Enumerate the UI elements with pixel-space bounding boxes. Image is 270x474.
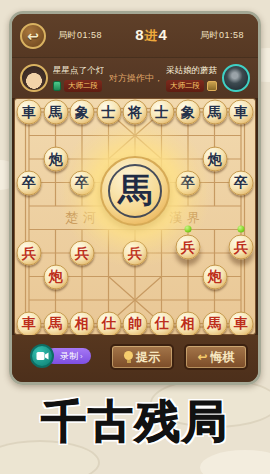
stage-label: 进 [144, 28, 159, 43]
chevron-right-icon: › [80, 352, 83, 361]
hint-label: 提示 [136, 349, 160, 366]
xiangqi-piece[interactable]: 兵 [70, 241, 95, 266]
undo-arrow-icon: ↩ [197, 351, 207, 363]
event-banner-title: 千古残局 [0, 392, 270, 452]
back-arrow-icon: ↩ [27, 28, 39, 44]
cloud-decoration [200, 450, 270, 474]
xiangqi-piece[interactable]: 士 [96, 100, 121, 125]
left-player-info: 星星点了个灯 大师二段 [53, 65, 104, 92]
xiangqi-piece[interactable]: 相 [176, 311, 201, 336]
xiangqi-piece[interactable]: 将 [123, 100, 148, 125]
stage-indicator: 8进4 [102, 26, 200, 45]
left-player-name: 星星点了个灯 [53, 65, 104, 77]
xiangqi-piece[interactable]: 卒 [176, 170, 201, 195]
xiangqi-piece[interactable]: 兵 [123, 241, 148, 266]
undo-label: 悔棋 [211, 349, 235, 366]
animated-moving-piece[interactable]: 馬 [100, 156, 170, 226]
xiangqi-piece[interactable]: 仕 [149, 311, 174, 336]
record-label: 录制 [60, 350, 78, 363]
undo-move-button[interactable]: ↩ 悔棋 [184, 344, 248, 370]
movable-indicator-dot [185, 226, 192, 233]
video-camera-icon [36, 351, 49, 361]
xiangqi-piece[interactable]: 卒 [17, 170, 42, 195]
player-bar: 星星点了个灯 大师二段 对方操作中，请稍后 采姑娘的蘑菇 大师二段 [12, 58, 258, 98]
left-player-timer: 局时01:58 [58, 29, 102, 42]
xiangqi-piece[interactable]: 帥 [123, 311, 148, 336]
xiangqi-piece[interactable]: 卒 [70, 170, 95, 195]
xiangqi-piece[interactable]: 兵 [17, 241, 42, 266]
xiangqi-piece[interactable]: 兵 [229, 235, 254, 260]
hint-button[interactable]: 提示 [110, 344, 174, 370]
turn-status-text: 对方操作中，请稍后 [109, 72, 161, 85]
left-player-rank-row: 大师二段 [53, 80, 104, 92]
top-bar: ↩ 局时01:58 8进4 局时01:58 [12, 14, 258, 58]
lightbulb-icon [124, 351, 133, 363]
right-player-timer: 局时01:58 [200, 29, 244, 42]
bottom-bar: 录制 › 提示 ↩ 悔棋 [12, 335, 258, 385]
xiangqi-piece[interactable]: 馬 [202, 311, 227, 336]
left-player-avatar[interactable] [20, 64, 48, 92]
rank-frame-icon [207, 81, 217, 91]
right-player-avatar[interactable] [222, 64, 250, 92]
xiangqi-piece[interactable]: 車 [229, 100, 254, 125]
game-window: ↩ 局时01:58 8进4 局时01:58 星星点了个灯 大师二段 对方操作中，… [9, 11, 261, 385]
stage-number-left: 8 [135, 26, 143, 43]
xiangqi-piece[interactable]: 士 [149, 100, 174, 125]
xiangqi-piece[interactable]: 馬 [43, 311, 68, 336]
xiangqi-piece[interactable]: 炮 [43, 264, 68, 289]
record-group[interactable]: 录制 › [30, 344, 91, 368]
record-button[interactable] [30, 344, 54, 368]
left-player-rank: 大师二段 [64, 80, 102, 92]
xiangqi-piece[interactable]: 象 [176, 100, 201, 125]
board-area: 楚河 漢界 車馬象士将士象馬車炮炮卒卒卒卒卒兵兵兵兵兵炮炮車馬相仕帥仕相馬車 馬 [12, 98, 258, 335]
xiangqi-piece[interactable]: 兵 [176, 235, 201, 260]
movable-indicator-dot [238, 226, 245, 233]
right-player-name: 采姑娘的蘑菇 [166, 65, 217, 77]
xiangqi-piece[interactable]: 車 [17, 100, 42, 125]
right-player-rank-row: 大师二段 [166, 80, 217, 92]
xiangqi-piece[interactable]: 馬 [43, 100, 68, 125]
xiangqi-piece[interactable]: 仕 [96, 311, 121, 336]
xiangqi-piece[interactable]: 相 [70, 311, 95, 336]
jade-gem-icon [53, 81, 61, 91]
xiangqi-piece[interactable]: 炮 [202, 264, 227, 289]
xiangqi-piece[interactable]: 馬 [202, 100, 227, 125]
xiangqi-piece[interactable]: 炮 [43, 147, 68, 172]
xiangqi-piece[interactable]: 炮 [202, 147, 227, 172]
xiangqi-piece[interactable]: 象 [70, 100, 95, 125]
stage-number-right: 4 [159, 26, 167, 43]
back-button[interactable]: ↩ [20, 23, 46, 49]
right-player-rank: 大师二段 [166, 80, 204, 92]
xiangqi-piece[interactable]: 車 [229, 311, 254, 336]
xiangqi-piece[interactable]: 車 [17, 311, 42, 336]
xiangqi-board[interactable]: 楚河 漢界 車馬象士将士象馬車炮炮卒卒卒卒卒兵兵兵兵兵炮炮車馬相仕帥仕相馬車 馬 [15, 99, 255, 334]
xiangqi-piece[interactable]: 卒 [229, 170, 254, 195]
piece-ring [108, 164, 162, 218]
right-player-info: 采姑娘的蘑菇 大师二段 [166, 65, 217, 92]
